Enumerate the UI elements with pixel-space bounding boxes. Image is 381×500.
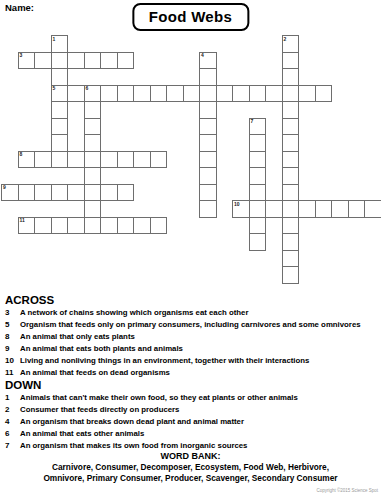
grid-cell[interactable] — [216, 85, 234, 103]
grid-cell[interactable] — [249, 85, 267, 103]
grid-cell[interactable] — [84, 52, 102, 70]
word-bank: WORD BANK: Carnivore, Consumer, Decompos… — [0, 450, 381, 484]
grid-cell[interactable] — [117, 184, 135, 202]
grid-cell[interactable] — [265, 85, 283, 103]
clue-number: 5 — [5, 319, 20, 331]
grid-cell[interactable] — [364, 200, 381, 218]
grid-cell[interactable] — [166, 85, 184, 103]
grid-cell[interactable] — [67, 85, 85, 103]
clue-number: 11 — [5, 367, 20, 379]
grid-clue-number: 1 — [53, 37, 56, 42]
clue-text: A network of chains showing which organi… — [20, 307, 248, 319]
grid-cell[interactable] — [282, 118, 300, 136]
down-clue-6: 6 An animal that eats other animals — [5, 428, 381, 440]
grid-cell[interactable] — [34, 217, 52, 235]
grid-clue-number: 10 — [234, 202, 240, 207]
grid-cell[interactable] — [199, 68, 217, 86]
grid-cell[interactable] — [100, 184, 118, 202]
grid-cell[interactable] — [282, 266, 300, 284]
grid-cell[interactable] — [84, 217, 102, 235]
across-clue-3: 3 A network of chains showing which orga… — [5, 307, 381, 319]
clue-text: An animal that eats both plants and anim… — [20, 343, 183, 355]
grid-cell[interactable] — [117, 85, 135, 103]
clue-number: 8 — [5, 331, 20, 343]
grid-cell[interactable] — [348, 200, 366, 218]
grid-cell[interactable] — [18, 184, 36, 202]
grid-cell[interactable] — [34, 52, 52, 70]
down-clue-1: 1 Animals that can't make their own food… — [5, 392, 381, 404]
clue-number: 9 — [5, 343, 20, 355]
clue-text: Consumer that feeds directly on producer… — [20, 404, 179, 416]
grid-cell[interactable] — [133, 85, 151, 103]
grid-cell[interactable] — [51, 151, 69, 169]
grid-cell[interactable] — [51, 101, 69, 119]
grid-clue-number: 9 — [3, 185, 6, 190]
grid-cell[interactable] — [84, 167, 102, 185]
clue-text: An organism that breaks down dead plant … — [20, 416, 244, 428]
grid-clue-number: 5 — [53, 86, 56, 91]
grid-cell[interactable] — [298, 200, 316, 218]
grid-cell[interactable] — [133, 217, 151, 235]
grid-cell[interactable] — [100, 151, 118, 169]
grid-cell[interactable] — [117, 151, 135, 169]
grid-clue-number: 3 — [20, 53, 23, 58]
grid-cell[interactable] — [331, 200, 349, 218]
grid-clue-number: 4 — [201, 53, 204, 58]
grid-cell[interactable] — [51, 68, 69, 86]
grid-cell[interactable] — [249, 151, 267, 169]
page-title: Food Webs — [149, 8, 232, 25]
across-header: ACROSS — [5, 294, 381, 307]
grid-cell[interactable] — [232, 85, 250, 103]
grid-cell[interactable] — [84, 151, 102, 169]
clue-text: Organism that feeds only on primary cons… — [20, 319, 361, 331]
grid-cell[interactable] — [117, 52, 135, 70]
grid-cell[interactable] — [315, 85, 333, 103]
grid-clue-number: 8 — [20, 152, 23, 157]
grid-cell[interactable] — [282, 52, 300, 70]
clues-section: ACROSS 3 A network of chains showing whi… — [5, 294, 381, 452]
title-box: Food Webs — [132, 3, 249, 31]
grid-cell[interactable] — [199, 118, 217, 136]
grid-cell[interactable] — [183, 85, 201, 103]
grid-cell[interactable] — [150, 217, 168, 235]
grid-cell[interactable] — [249, 134, 267, 152]
word-bank-line-2: Omnivore, Primary Consumer, Producer, Sc… — [0, 473, 381, 484]
clue-text: An animal that eats other animals — [20, 428, 144, 440]
across-clue-5: 5 Organism that feeds only on primary co… — [5, 319, 381, 331]
grid-cell[interactable] — [100, 52, 118, 70]
grid-cell[interactable] — [199, 101, 217, 119]
grid-cell[interactable] — [51, 118, 69, 136]
grid-cell[interactable] — [51, 134, 69, 152]
word-bank-label: WORD BANK: — [0, 450, 381, 462]
grid-cell[interactable] — [100, 85, 118, 103]
grid-cell[interactable] — [199, 134, 217, 152]
grid-cell[interactable] — [67, 184, 85, 202]
grid-cell[interactable] — [133, 151, 151, 169]
grid-cell[interactable] — [67, 217, 85, 235]
clue-number: 6 — [5, 428, 20, 440]
grid-cell[interactable] — [265, 200, 283, 218]
grid-cell[interactable] — [249, 217, 267, 235]
grid-cell[interactable] — [150, 85, 168, 103]
grid-cell[interactable] — [282, 151, 300, 169]
grid-cell[interactable] — [298, 85, 316, 103]
grid-cell[interactable] — [282, 134, 300, 152]
grid-cell[interactable] — [282, 167, 300, 185]
grid-cell[interactable] — [199, 167, 217, 185]
grid-cell[interactable] — [282, 200, 300, 218]
clue-number: 1 — [5, 392, 20, 404]
down-header: DOWN — [5, 379, 381, 392]
name-label: Name: — [5, 2, 34, 13]
grid-cell[interactable] — [67, 151, 85, 169]
grid-cell[interactable] — [100, 217, 118, 235]
grid-cell[interactable] — [84, 134, 102, 152]
crossword-grid: 1234567891011 — [1, 35, 381, 284]
grid-cell[interactable] — [67, 52, 85, 70]
copyright-text: Copyright ©2015 Science Spot — [316, 488, 378, 493]
clue-text: An animal that only eats plants — [20, 331, 135, 343]
grid-cell[interactable] — [51, 184, 69, 202]
grid-cell[interactable] — [34, 184, 52, 202]
clue-text: Animals that can't make their own food, … — [20, 392, 298, 404]
across-clue-9: 9 An animal that eats both plants and an… — [5, 343, 381, 355]
grid-cell[interactable] — [84, 184, 102, 202]
grid-cell[interactable] — [249, 200, 267, 218]
grid-clue-number: 6 — [86, 86, 89, 91]
grid-cell[interactable] — [84, 101, 102, 119]
grid-cell[interactable] — [84, 200, 102, 218]
grid-cell[interactable] — [117, 217, 135, 235]
grid-cell[interactable] — [282, 233, 300, 251]
grid-cell[interactable] — [282, 101, 300, 119]
across-clue-8: 8 An animal that only eats plants — [5, 331, 381, 343]
grid-clue-number: 7 — [251, 119, 254, 124]
grid-cell[interactable] — [282, 68, 300, 86]
word-bank-line-1: Carnivore, Consumer, Decomposer, Ecosyst… — [0, 462, 381, 473]
grid-cell[interactable] — [199, 85, 217, 103]
grid-cell[interactable] — [51, 217, 69, 235]
grid-cell[interactable] — [199, 184, 217, 202]
clue-number: 4 — [5, 416, 20, 428]
grid-cell[interactable] — [84, 118, 102, 136]
grid-cell[interactable] — [282, 250, 300, 268]
clue-text: An animal that feeds on dead organisms — [20, 367, 170, 379]
grid-cell[interactable] — [282, 184, 300, 202]
grid-cell[interactable] — [282, 217, 300, 235]
clue-number: 2 — [5, 404, 20, 416]
grid-cell[interactable] — [249, 184, 267, 202]
clue-number: 10 — [5, 355, 20, 367]
grid-clue-number: 2 — [284, 37, 287, 42]
clue-text: Living and nonliving things in an enviro… — [20, 355, 309, 367]
grid-cell[interactable] — [249, 233, 267, 251]
grid-cell[interactable] — [315, 200, 333, 218]
grid-clue-number: 11 — [20, 218, 25, 223]
grid-cell[interactable] — [282, 85, 300, 103]
grid-cell[interactable] — [199, 200, 217, 218]
down-clue-4: 4 An organism that breaks down dead plan… — [5, 416, 381, 428]
grid-cell[interactable] — [150, 151, 168, 169]
clue-number: 3 — [5, 307, 20, 319]
grid-cell[interactable] — [199, 151, 217, 169]
grid-cell[interactable] — [34, 151, 52, 169]
across-clue-10: 10 Living and nonliving things in an env… — [5, 355, 381, 367]
across-clue-11: 11 An animal that feeds on dead organism… — [5, 367, 381, 379]
grid-cell[interactable] — [51, 52, 69, 70]
grid-cell[interactable] — [249, 167, 267, 185]
down-clue-2: 2 Consumer that feeds directly on produc… — [5, 404, 381, 416]
